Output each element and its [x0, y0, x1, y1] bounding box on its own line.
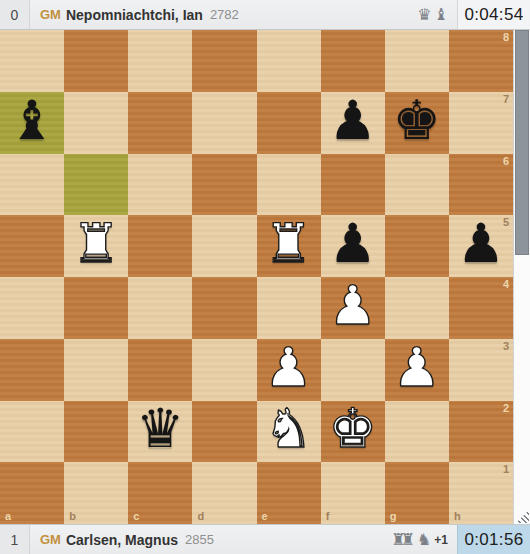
coord-file-e: e [262, 511, 268, 522]
square-e5[interactable]: ♜ [257, 215, 321, 277]
square-c8[interactable] [128, 30, 192, 92]
scrollbar-thumb[interactable] [515, 30, 529, 255]
square-a8[interactable] [0, 30, 64, 92]
square-a3[interactable] [0, 339, 64, 401]
coord-file-g: g [390, 511, 397, 522]
piece-black-pawn[interactable]: ♟ [328, 217, 376, 271]
square-d4[interactable] [192, 277, 256, 339]
board-area: 8♝♟♚76♜♜♟5♟♟4♟♟3♛♞♚2abcdefg1h [0, 30, 530, 524]
coord-file-b: b [69, 511, 76, 522]
piece-black-queen[interactable]: ♛ [136, 402, 184, 456]
square-a4[interactable] [0, 277, 64, 339]
square-a7[interactable]: ♝ [0, 92, 64, 154]
coord-rank-1: 1 [503, 464, 509, 475]
square-h6[interactable]: 6 [449, 154, 513, 216]
square-f5[interactable]: ♟ [321, 215, 385, 277]
square-b8[interactable] [64, 30, 128, 92]
square-b3[interactable] [64, 339, 128, 401]
bottom-player-bar: 1 GM Carlsen, Magnus 2855 ♜♜♞+1 0:01:56 [0, 524, 530, 554]
square-d6[interactable] [192, 154, 256, 216]
piece-white-pawn[interactable]: ♟ [264, 341, 312, 395]
square-e4[interactable] [257, 277, 321, 339]
square-e7[interactable] [257, 92, 321, 154]
square-e2[interactable]: ♞ [257, 401, 321, 463]
top-player-bar: 0 GM Nepomniachtchi, Ian 2782 ♛♝ 0:04:54 [0, 0, 530, 30]
square-h3[interactable]: 3 [449, 339, 513, 401]
coord-file-h: h [454, 511, 461, 522]
square-f7[interactable]: ♟ [321, 92, 385, 154]
square-c2[interactable]: ♛ [128, 401, 192, 463]
top-player-clock: 0:04:54 [457, 0, 530, 29]
top-player-rating: 2782 [210, 7, 239, 22]
square-g1[interactable]: g [385, 462, 449, 524]
square-f3[interactable] [321, 339, 385, 401]
square-g3[interactable]: ♟ [385, 339, 449, 401]
coord-rank-2: 2 [503, 403, 509, 414]
square-f1[interactable]: f [321, 462, 385, 524]
piece-black-bishop[interactable]: ♝ [8, 94, 56, 148]
coord-file-f: f [326, 511, 330, 522]
square-a6[interactable] [0, 154, 64, 216]
top-captured-pieces: ♛♝ [415, 7, 448, 23]
square-g8[interactable] [385, 30, 449, 92]
square-f4[interactable]: ♟ [321, 277, 385, 339]
square-e8[interactable] [257, 30, 321, 92]
square-g4[interactable] [385, 277, 449, 339]
square-b7[interactable] [64, 92, 128, 154]
square-f2[interactable]: ♚ [321, 401, 385, 463]
bottom-player-score: 1 [0, 525, 30, 554]
square-f6[interactable] [321, 154, 385, 216]
square-g6[interactable] [385, 154, 449, 216]
bottom-player-rating: 2855 [185, 532, 214, 547]
square-d7[interactable] [192, 92, 256, 154]
captured-queen-icon: ♛ [417, 7, 431, 23]
square-d5[interactable] [192, 215, 256, 277]
chess-app-window: 0 GM Nepomniachtchi, Ian 2782 ♛♝ 0:04:54… [0, 0, 530, 554]
square-b1[interactable]: b [64, 462, 128, 524]
square-b4[interactable] [64, 277, 128, 339]
square-d3[interactable] [192, 339, 256, 401]
piece-white-king[interactable]: ♚ [328, 402, 376, 456]
bottom-player-title: GM [40, 532, 61, 547]
square-c3[interactable] [128, 339, 192, 401]
piece-black-pawn[interactable]: ♟ [328, 94, 376, 148]
coord-rank-4: 4 [503, 279, 509, 290]
square-a5[interactable] [0, 215, 64, 277]
square-f8[interactable] [321, 30, 385, 92]
piece-black-pawn[interactable]: ♟ [457, 217, 505, 271]
material-advantage-badge: +1 [434, 534, 448, 546]
scrollbar-track[interactable] [513, 30, 530, 524]
square-g7[interactable]: ♚ [385, 92, 449, 154]
coord-rank-8: 8 [503, 32, 509, 43]
top-player-title: GM [40, 7, 61, 22]
square-a2[interactable] [0, 401, 64, 463]
square-c4[interactable] [128, 277, 192, 339]
coord-rank-3: 3 [503, 341, 509, 352]
piece-white-pawn[interactable]: ♟ [328, 279, 376, 333]
top-player-score: 0 [0, 0, 30, 29]
square-h1[interactable]: 1h [449, 462, 513, 524]
square-c7[interactable] [128, 92, 192, 154]
coord-file-a: a [5, 511, 11, 522]
square-e3[interactable]: ♟ [257, 339, 321, 401]
square-g2[interactable] [385, 401, 449, 463]
square-h7[interactable]: 7 [449, 92, 513, 154]
piece-black-king[interactable]: ♚ [393, 94, 441, 148]
piece-white-pawn[interactable]: ♟ [393, 341, 441, 395]
square-e6[interactable] [257, 154, 321, 216]
square-b6[interactable] [64, 154, 128, 216]
bottom-player-name: Carlsen, Magnus [66, 532, 178, 548]
piece-white-knight[interactable]: ♞ [264, 402, 312, 456]
chess-board: 8♝♟♚76♜♜♟5♟♟4♟♟3♛♞♚2abcdefg1h [0, 30, 513, 524]
piece-white-rook[interactable]: ♜ [72, 217, 120, 271]
square-b2[interactable] [64, 401, 128, 463]
square-d1[interactable]: d [192, 462, 256, 524]
coord-file-c: c [133, 511, 139, 522]
captured-rook-icon: ♜ [401, 532, 415, 548]
square-b5[interactable]: ♜ [64, 215, 128, 277]
square-d8[interactable] [192, 30, 256, 92]
captured-bishop-icon: ♝ [434, 7, 448, 23]
bottom-captured-pieces: ♜♜♞+1 [389, 532, 448, 548]
top-player-name: Nepomniachtchi, Ian [66, 7, 203, 23]
square-c6[interactable] [128, 154, 192, 216]
square-h5[interactable]: 5♟ [449, 215, 513, 277]
square-a1[interactable]: a [0, 462, 64, 524]
square-e1[interactable]: e [257, 462, 321, 524]
square-d2[interactable] [192, 401, 256, 463]
captured-knight-icon: ♞ [417, 532, 431, 548]
square-h4[interactable]: 4 [449, 277, 513, 339]
square-h2[interactable]: 2 [449, 401, 513, 463]
coord-rank-6: 6 [503, 156, 509, 167]
square-h8[interactable]: 8 [449, 30, 513, 92]
coord-file-d: d [197, 511, 204, 522]
square-g5[interactable] [385, 215, 449, 277]
bottom-player-clock: 0:01:56 [457, 525, 530, 554]
coord-rank-7: 7 [503, 94, 509, 105]
square-c1[interactable]: c [128, 462, 192, 524]
square-c5[interactable] [128, 215, 192, 277]
piece-white-rook[interactable]: ♜ [264, 217, 312, 271]
